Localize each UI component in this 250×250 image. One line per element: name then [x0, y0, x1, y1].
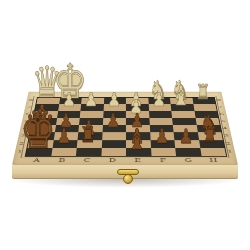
square-d5 — [102, 118, 125, 125]
square-e7 — [126, 104, 149, 111]
square-e5 — [126, 118, 149, 125]
rank-label: 7 — [215, 104, 225, 111]
square-a3 — [29, 132, 54, 140]
square-d4 — [102, 125, 126, 132]
square-e4 — [126, 125, 150, 132]
rank-label: 3 — [18, 132, 29, 140]
rank-label: 5 — [21, 117, 32, 124]
square-c6 — [80, 111, 103, 118]
square-a4 — [31, 125, 56, 132]
rank-label: 2 — [223, 140, 234, 148]
rank-label: 6 — [217, 111, 227, 118]
rank-label: 2 — [16, 140, 27, 148]
square-c7 — [80, 104, 103, 111]
square-d1 — [101, 148, 126, 156]
square-g2 — [174, 140, 199, 148]
square-b6 — [57, 111, 81, 118]
square-c5 — [79, 118, 103, 125]
square-e3 — [126, 132, 150, 140]
square-g1 — [175, 148, 201, 156]
square-e6 — [126, 111, 149, 118]
square-f7 — [148, 104, 171, 111]
board-squares — [25, 97, 228, 156]
square-h4 — [196, 125, 221, 132]
square-f1 — [151, 148, 176, 156]
square-d3 — [102, 132, 126, 140]
square-b3 — [53, 132, 78, 140]
file-labels: ABCDEFGH — [23, 156, 227, 164]
square-b1 — [51, 148, 77, 156]
file-label: H — [200, 156, 227, 164]
square-f5 — [149, 118, 173, 125]
square-h5 — [195, 118, 220, 125]
file-label: A — [23, 156, 50, 164]
square-c4 — [78, 125, 102, 132]
square-e1 — [126, 148, 151, 156]
file-label: D — [100, 156, 125, 164]
square-h1 — [200, 148, 226, 156]
square-f2 — [150, 140, 175, 148]
square-g5 — [172, 118, 196, 125]
square-c2 — [77, 140, 102, 148]
rank-label: 4 — [20, 125, 31, 132]
square-a6 — [34, 111, 58, 118]
rank-label: 3 — [221, 132, 232, 140]
square-f3 — [150, 132, 175, 140]
square-g6 — [171, 111, 195, 118]
square-d2 — [101, 140, 126, 148]
square-a5 — [32, 118, 57, 125]
chess-board: ABCDEFGH 87654321 87654321 — [12, 92, 238, 165]
square-g4 — [173, 125, 198, 132]
square-f6 — [149, 111, 172, 118]
product-photo: ABCDEFGH 87654321 87654321 ♛♚♞♞♜♟♟♟♟♟♝♟♝… — [0, 0, 250, 250]
square-h7 — [193, 104, 217, 111]
brass-clasp — [116, 168, 140, 186]
rank-label: 4 — [220, 125, 231, 132]
rank-label: 6 — [23, 111, 33, 118]
square-a1 — [26, 148, 52, 156]
square-c3 — [78, 132, 103, 140]
file-label: F — [150, 156, 176, 164]
rank-label: 5 — [218, 117, 229, 124]
square-g3 — [174, 132, 199, 140]
square-h3 — [197, 132, 222, 140]
square-c1 — [76, 148, 101, 156]
square-f4 — [149, 125, 173, 132]
file-label: B — [49, 156, 75, 164]
rank-label: 1 — [14, 147, 26, 155]
file-label: G — [175, 156, 201, 164]
square-a2 — [27, 140, 53, 148]
square-g7 — [171, 104, 194, 111]
square-a7 — [35, 104, 59, 111]
rank-label: 1 — [224, 147, 236, 155]
brass-clasp-knob — [123, 174, 133, 184]
square-d6 — [103, 111, 126, 118]
square-b2 — [52, 140, 77, 148]
rank-label: 7 — [24, 104, 34, 111]
square-b7 — [58, 104, 81, 111]
square-d7 — [103, 104, 126, 111]
square-e2 — [126, 140, 151, 148]
square-h6 — [194, 111, 218, 118]
file-label: E — [125, 156, 150, 164]
file-label: C — [74, 156, 100, 164]
square-h2 — [199, 140, 225, 148]
square-b5 — [56, 118, 80, 125]
square-b4 — [54, 125, 79, 132]
